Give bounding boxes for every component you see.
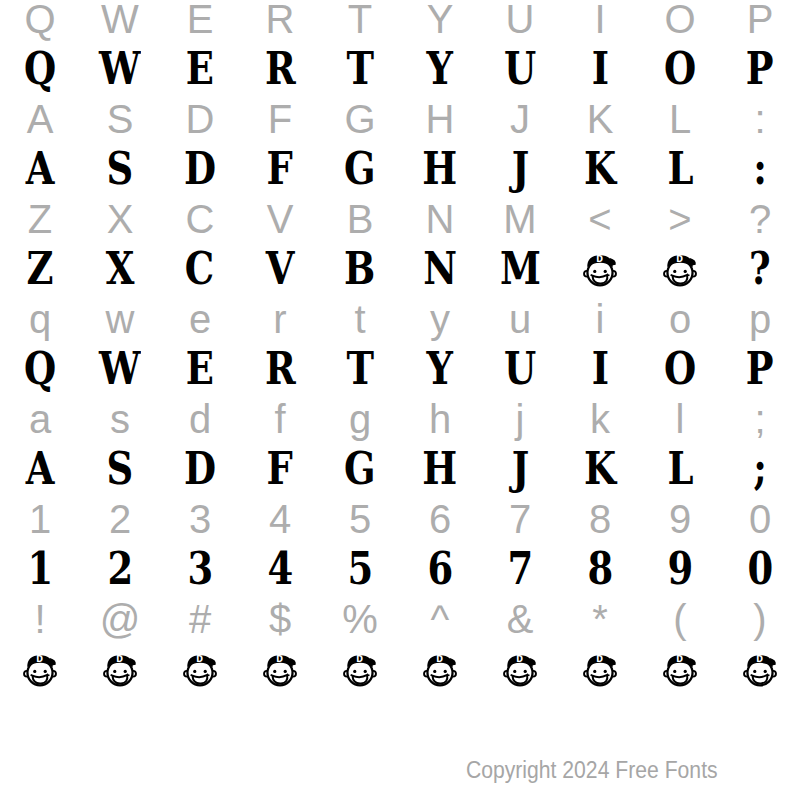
charmap-cell: N [400, 194, 480, 244]
charmap-cell: 9 [640, 494, 720, 544]
charmap-cell: h [400, 394, 480, 444]
charmap-cell: D [480, 644, 560, 694]
charmap-cell: A [0, 444, 80, 494]
reference-glyph: 9 [669, 494, 691, 544]
charmap-cell: R [240, 344, 320, 394]
font-glyph: U [504, 44, 536, 94]
charmap-cell: F [240, 444, 320, 494]
font-glyph: D [184, 144, 216, 194]
svg-text:D: D [356, 655, 363, 664]
font-glyph: 3 [187, 544, 213, 594]
charmap-cell: F [240, 94, 320, 144]
charmap-cell: G [320, 94, 400, 144]
charmap-cell: 8 [560, 494, 640, 544]
font-glyph: : [753, 144, 767, 194]
reference-glyph: g [349, 394, 371, 444]
charmap-cell: e [160, 294, 240, 344]
font-glyph: B [344, 244, 375, 294]
font-glyph: 6 [427, 544, 453, 594]
svg-text:D: D [676, 655, 683, 664]
charmap-cell: E [160, 44, 240, 94]
charmap-cell: T [320, 344, 400, 394]
font-glyph: Q [24, 344, 56, 394]
reference-glyph: o [669, 294, 691, 344]
svg-text:D: D [516, 655, 523, 664]
charmap-cell: K [560, 444, 640, 494]
boy-face-cap-icon: D [581, 649, 619, 689]
reference-glyph: > [668, 194, 691, 244]
font-glyph: 8 [587, 544, 613, 594]
charmap-cell: 4 [240, 544, 320, 594]
font-glyph: V [266, 244, 295, 294]
charmap-cell: M [480, 244, 560, 294]
font-glyph: L [667, 444, 693, 494]
charmap-cell: 6 [400, 544, 480, 594]
reference-glyph: U [506, 0, 535, 44]
charmap-cell: R [240, 0, 320, 44]
svg-text:D: D [436, 655, 443, 664]
charmap-cell: 7 [480, 544, 560, 594]
charmap-cell: D [640, 644, 720, 694]
charmap-cell: Z [0, 244, 80, 294]
reference-glyph: : [754, 94, 765, 144]
reference-glyph: & [507, 594, 534, 644]
charmap-cell: C [160, 194, 240, 244]
reference-glyph: D [186, 94, 215, 144]
reference-glyph: K [587, 94, 614, 144]
font-glyph: G [344, 144, 376, 194]
font-glyph: S [107, 144, 134, 194]
boy-face-cap-icon: D [261, 649, 299, 689]
svg-text:D: D [276, 655, 283, 664]
reference-glyph: I [594, 0, 605, 44]
reference-glyph: i [596, 294, 605, 344]
charmap-cell: & [480, 594, 560, 644]
charmap-cell: A [0, 144, 80, 194]
font-glyph: N [423, 244, 457, 294]
charmap-cell: d [160, 394, 240, 444]
reference-glyph: S [107, 94, 134, 144]
reference-glyph: % [342, 594, 378, 644]
charmap-cell: U [480, 44, 560, 94]
charmap-cell: P [720, 344, 800, 394]
font-glyph: A [26, 444, 55, 494]
boy-face-cap-icon: D [581, 249, 619, 289]
charmap-cell: < [560, 194, 640, 244]
reference-glyph: < [588, 194, 611, 244]
reference-glyph: 3 [189, 494, 211, 544]
reference-glyph: H [426, 94, 455, 144]
charmap-cell: ) [720, 594, 800, 644]
reference-glyph: 0 [749, 494, 771, 544]
reference-glyph: A [27, 94, 54, 144]
reference-glyph: ? [749, 194, 771, 244]
charmap-cell: P [720, 44, 800, 94]
charmap-cell: j [480, 394, 560, 444]
charmap-cell: E [160, 0, 240, 44]
reference-glyph: # [189, 594, 211, 644]
charmap-cell: A [0, 94, 80, 144]
reference-glyph: 1 [29, 494, 51, 544]
reference-glyph: k [590, 394, 610, 444]
charmap-cell: L [640, 144, 720, 194]
font-glyph: K [584, 444, 616, 494]
charmap-cell: D [320, 644, 400, 694]
charmap-cell: X [80, 194, 160, 244]
charmap-cell: W [80, 0, 160, 44]
charmap-cell: U [480, 0, 560, 44]
font-glyph: H [423, 444, 458, 494]
charmap-cell: N [400, 244, 480, 294]
charmap-cell: k [560, 394, 640, 444]
font-glyph: 1 [27, 544, 53, 594]
font-glyph: 9 [667, 544, 693, 594]
font-glyph: W [99, 44, 141, 94]
reference-glyph: 7 [509, 494, 531, 544]
charmap-cell: D [240, 644, 320, 694]
charmap-cell: ? [720, 194, 800, 244]
reference-glyph: ^ [431, 594, 450, 644]
font-glyph: R [265, 344, 296, 394]
font-glyph: E [186, 44, 214, 94]
font-glyph: F [267, 444, 293, 494]
reference-glyph: ) [753, 594, 766, 644]
reference-glyph: 6 [429, 494, 451, 544]
charmap-cell: g [320, 394, 400, 444]
font-glyph: 7 [507, 544, 533, 594]
svg-text:D: D [596, 655, 603, 664]
charmap-cell: s [80, 394, 160, 444]
reference-glyph: d [189, 394, 211, 444]
font-glyph: M [500, 244, 541, 294]
charmap-cell: % [320, 594, 400, 644]
reference-glyph: O [664, 0, 695, 44]
reference-glyph: M [503, 194, 536, 244]
charmap-cell: D [160, 94, 240, 144]
svg-text:D: D [596, 255, 603, 264]
font-glyph: 0 [747, 544, 773, 594]
reference-glyph: Q [24, 0, 55, 44]
charmap-cell: E [160, 344, 240, 394]
reference-glyph: p [749, 294, 771, 344]
charmap-cell: I [560, 44, 640, 94]
charmap-cell: 7 [480, 494, 560, 544]
svg-text:D: D [196, 655, 203, 664]
charmap-cell: q [0, 294, 80, 344]
charmap-cell: 8 [560, 544, 640, 594]
charmap-cell: L [640, 94, 720, 144]
charmap-cell: t [320, 294, 400, 344]
charmap-cell: R [240, 44, 320, 94]
charmap-cell: S [80, 444, 160, 494]
reference-glyph: u [509, 294, 531, 344]
charmap-cell: : [720, 94, 800, 144]
charmap-cell: H [400, 94, 480, 144]
charmap-cell: C [160, 244, 240, 294]
font-glyph: T [346, 344, 374, 394]
charmap-cell: B [320, 244, 400, 294]
charmap-cell: G [320, 144, 400, 194]
reference-glyph: @ [100, 594, 141, 644]
font-glyph: Y [427, 344, 453, 394]
reference-glyph: W [101, 0, 139, 44]
charmap-cell: V [240, 244, 320, 294]
charmap-cell: H [400, 444, 480, 494]
font-glyph: ? [749, 244, 771, 294]
boy-face-cap-icon: D [741, 649, 779, 689]
charmap-cell: y [400, 294, 480, 344]
charmap-cell: 9 [640, 544, 720, 594]
charmap-cell: O [640, 44, 720, 94]
font-glyph: K [584, 144, 616, 194]
font-glyph: I [591, 344, 608, 394]
font-glyph: X [106, 244, 135, 294]
reference-glyph: N [426, 194, 455, 244]
charmap-cell: 2 [80, 544, 160, 594]
charmap-cell: ; [720, 444, 800, 494]
boy-face-cap-icon: D [101, 649, 139, 689]
charmap-cell: p [720, 294, 800, 344]
charmap-cell: 0 [720, 494, 800, 544]
font-glyph: J [511, 144, 528, 194]
boy-face-cap-icon: D [661, 649, 699, 689]
font-glyph: C [185, 244, 214, 294]
boy-face-cap-icon: D [421, 649, 459, 689]
charmap-cell: ! [0, 594, 80, 644]
boy-face-cap-icon: D [181, 649, 219, 689]
reference-glyph: ; [754, 394, 765, 444]
reference-glyph: C [186, 194, 215, 244]
reference-glyph: l [676, 394, 685, 444]
reference-glyph: Y [427, 0, 454, 44]
charmap-cell: @ [80, 594, 160, 644]
charmap-cell: O [640, 0, 720, 44]
reference-glyph: T [348, 0, 372, 44]
charmap-cell: ? [720, 244, 800, 294]
charmap-cell: l [640, 394, 720, 444]
reference-glyph: Z [28, 194, 52, 244]
charmap-cell: # [160, 594, 240, 644]
reference-glyph: V [267, 194, 294, 244]
font-glyph: 2 [107, 544, 133, 594]
boy-face-cap-icon: D [341, 649, 379, 689]
charmap-cell: 4 [240, 494, 320, 544]
charmap-cell: D [160, 144, 240, 194]
charmap-cell: a [0, 394, 80, 444]
reference-glyph: j [516, 394, 525, 444]
font-glyph: P [746, 44, 774, 94]
charmap-cell: Z [0, 194, 80, 244]
reference-glyph: 2 [109, 494, 131, 544]
charmap-cell: $ [240, 594, 320, 644]
charmap-cell: 5 [320, 544, 400, 594]
reference-glyph: s [110, 394, 130, 444]
reference-glyph: 5 [349, 494, 371, 544]
charmap-cell: G [320, 444, 400, 494]
font-specimen-page: QWERTYUIOPQWERTYUIOPASDFGHJKL:ASDFGHJKL:… [0, 0, 800, 800]
charmap-cell: 6 [400, 494, 480, 544]
font-glyph: F [267, 144, 293, 194]
reference-glyph: 8 [589, 494, 611, 544]
font-glyph: I [591, 44, 608, 94]
charmap-cell: S [80, 144, 160, 194]
charmap-cell: T [320, 44, 400, 94]
charmap-cell: D [560, 644, 640, 694]
charmap-cell: Y [400, 344, 480, 394]
charmap-cell: H [400, 144, 480, 194]
charmap-cell: ^ [400, 594, 480, 644]
font-glyph: T [346, 44, 374, 94]
charmap-cell: B [320, 194, 400, 244]
charmap-cell: D [160, 444, 240, 494]
character-map-grid: QWERTYUIOPQWERTYUIOPASDFGHJKL:ASDFGHJKL:… [0, 0, 800, 694]
font-glyph: J [511, 444, 528, 494]
charmap-cell: D [160, 644, 240, 694]
charmap-cell: : [720, 144, 800, 194]
reference-glyph: 4 [269, 494, 291, 544]
reference-glyph: h [429, 394, 451, 444]
charmap-cell: F [240, 144, 320, 194]
svg-text:D: D [116, 655, 123, 664]
reference-glyph: $ [269, 594, 291, 644]
charmap-cell: O [640, 344, 720, 394]
reference-glyph: P [747, 0, 774, 44]
reference-glyph: f [274, 394, 285, 444]
font-glyph: W [99, 344, 141, 394]
font-glyph: Q [24, 44, 56, 94]
reference-glyph: R [266, 0, 295, 44]
reference-glyph: t [354, 294, 365, 344]
font-glyph: P [746, 344, 774, 394]
charmap-cell: W [80, 344, 160, 394]
charmap-cell: D [560, 244, 640, 294]
charmap-cell: u [480, 294, 560, 344]
font-glyph: E [186, 344, 214, 394]
charmap-cell: 5 [320, 494, 400, 544]
charmap-cell: V [240, 194, 320, 244]
charmap-cell: J [480, 444, 560, 494]
charmap-cell: D [720, 644, 800, 694]
charmap-cell: > [640, 194, 720, 244]
boy-face-cap-icon: D [21, 649, 59, 689]
reference-glyph: e [189, 294, 211, 344]
charmap-cell: W [80, 44, 160, 94]
charmap-cell: J [480, 94, 560, 144]
font-glyph: Y [427, 44, 453, 94]
charmap-cell: J [480, 144, 560, 194]
reference-glyph: ( [673, 594, 686, 644]
charmap-cell: P [720, 0, 800, 44]
charmap-cell: D [400, 644, 480, 694]
font-glyph: A [26, 144, 55, 194]
charmap-cell: Q [0, 344, 80, 394]
charmap-cell: Y [400, 44, 480, 94]
font-glyph: S [107, 444, 134, 494]
font-glyph: O [664, 44, 696, 94]
copyright-text: Copyright 2024 Free Fonts [466, 757, 718, 784]
charmap-cell: X [80, 244, 160, 294]
charmap-cell: 1 [0, 544, 80, 594]
reference-glyph: J [510, 94, 530, 144]
charmap-cell: ( [640, 594, 720, 644]
charmap-cell: I [560, 344, 640, 394]
charmap-cell: 3 [160, 494, 240, 544]
font-glyph: O [664, 344, 696, 394]
font-glyph: Z [27, 244, 54, 294]
charmap-cell: U [480, 344, 560, 394]
charmap-cell: M [480, 194, 560, 244]
reference-glyph: F [268, 94, 292, 144]
font-glyph: R [265, 44, 296, 94]
charmap-cell: o [640, 294, 720, 344]
charmap-cell: f [240, 394, 320, 444]
font-glyph: H [423, 144, 458, 194]
charmap-cell: D [0, 644, 80, 694]
reference-glyph: B [347, 194, 374, 244]
charmap-cell: Y [400, 0, 480, 44]
svg-text:D: D [676, 255, 683, 264]
font-glyph: U [504, 344, 536, 394]
charmap-cell: r [240, 294, 320, 344]
charmap-cell: K [560, 144, 640, 194]
reference-glyph: y [430, 294, 450, 344]
reference-glyph: q [29, 294, 51, 344]
reference-glyph: L [669, 94, 691, 144]
charmap-cell: Q [0, 0, 80, 44]
charmap-cell: S [80, 94, 160, 144]
charmap-cell: 3 [160, 544, 240, 594]
boy-face-cap-icon: D [661, 249, 699, 289]
font-glyph: D [184, 444, 216, 494]
charmap-cell: ; [720, 394, 800, 444]
charmap-cell: 0 [720, 544, 800, 594]
boy-face-cap-icon: D [501, 649, 539, 689]
reference-glyph: a [29, 394, 51, 444]
charmap-cell: i [560, 294, 640, 344]
reference-glyph: ! [34, 594, 45, 644]
reference-glyph: X [107, 194, 134, 244]
charmap-cell: D [640, 244, 720, 294]
charmap-cell: 1 [0, 494, 80, 544]
reference-glyph: * [592, 594, 608, 644]
reference-glyph: E [187, 0, 214, 44]
reference-glyph: w [106, 294, 135, 344]
svg-text:D: D [756, 655, 763, 664]
charmap-cell: I [560, 0, 640, 44]
font-glyph: ; [753, 444, 767, 494]
charmap-cell: 2 [80, 494, 160, 544]
charmap-cell: L [640, 444, 720, 494]
font-glyph: 5 [347, 544, 373, 594]
charmap-cell: T [320, 0, 400, 44]
charmap-cell: w [80, 294, 160, 344]
charmap-cell: D [80, 644, 160, 694]
svg-text:D: D [36, 655, 43, 664]
reference-glyph: G [344, 94, 375, 144]
charmap-cell: K [560, 94, 640, 144]
charmap-cell: * [560, 594, 640, 644]
font-glyph: G [344, 444, 376, 494]
reference-glyph: r [273, 294, 286, 344]
font-glyph: L [667, 144, 693, 194]
font-glyph: 4 [267, 544, 293, 594]
charmap-cell: Q [0, 44, 80, 94]
